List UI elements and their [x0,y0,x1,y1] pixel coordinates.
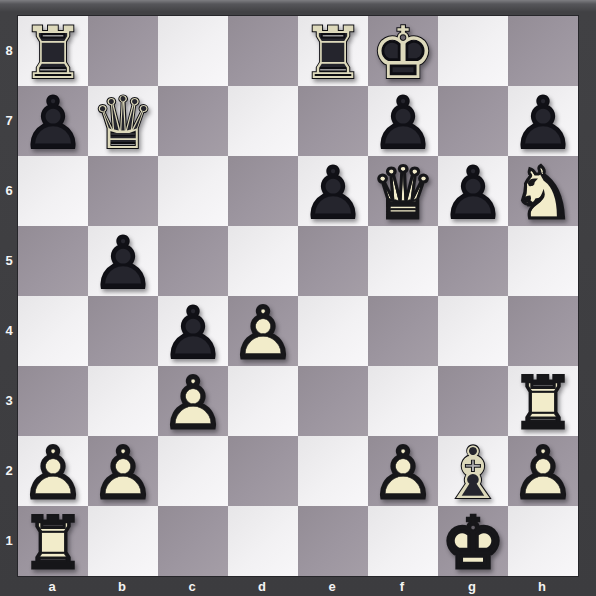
square-f8[interactable]: ♚♔ [368,16,438,86]
square-g3[interactable] [438,366,508,436]
square-h6[interactable]: ♞♘ [508,156,578,226]
piece-black-rook[interactable]: ♜♖ [298,16,368,86]
rank-label-1: 1 [0,505,18,575]
square-f4[interactable] [368,296,438,366]
square-b2[interactable]: ♟♙ [88,436,158,506]
white-knight-glyph-detail: ♘ [508,156,578,226]
square-g5[interactable] [438,226,508,296]
piece-black-pawn[interactable]: ♟♙ [88,226,158,296]
square-b1[interactable] [88,506,158,576]
piece-white-pawn[interactable]: ♟♙ [18,436,88,506]
square-b5[interactable]: ♟♙ [88,226,158,296]
piece-white-pawn[interactable]: ♟♙ [88,436,158,506]
square-b7[interactable]: ♛♕ [88,86,158,156]
square-h5[interactable] [508,226,578,296]
black-pawn-glyph-detail: ♙ [88,226,158,296]
square-f6[interactable]: ♛♕ [368,156,438,226]
rank-labels: 87654321 [0,15,18,575]
square-a4[interactable] [18,296,88,366]
white-pawn-glyph-detail: ♙ [228,296,298,366]
square-h8[interactable] [508,16,578,86]
black-pawn-glyph-detail: ♙ [438,156,508,226]
square-f3[interactable] [368,366,438,436]
square-g6[interactable]: ♟♙ [438,156,508,226]
square-a2[interactable]: ♟♙ [18,436,88,506]
black-rook-glyph-detail: ♖ [298,16,368,86]
black-rook-glyph-detail: ♖ [18,16,88,86]
black-king-glyph-detail: ♔ [368,16,438,86]
piece-black-pawn[interactable]: ♟♙ [438,156,508,226]
square-d8[interactable] [228,16,298,86]
black-pawn-glyph-detail: ♙ [18,86,88,156]
black-pawn-glyph-detail: ♙ [158,296,228,366]
square-f2[interactable]: ♟♙ [368,436,438,506]
square-e8[interactable]: ♜♖ [298,16,368,86]
rank-label-2: 2 [0,435,18,505]
piece-black-rook[interactable]: ♜♖ [18,16,88,86]
square-f5[interactable] [368,226,438,296]
chess-board-frame: 87654321 abcdefgh ♜♖♜♖♚♔♟♙♛♕♟♙♟♙♟♙♛♕♟♙♞♘… [0,0,596,596]
black-bishop-glyph-detail: ♗ [438,436,508,506]
piece-black-pawn[interactable]: ♟♙ [18,86,88,156]
square-d4[interactable]: ♟♙ [228,296,298,366]
square-a7[interactable]: ♟♙ [18,86,88,156]
square-a6[interactable] [18,156,88,226]
piece-white-king[interactable]: ♚♔ [438,506,508,576]
white-pawn-glyph-detail: ♙ [88,436,158,506]
square-a3[interactable] [18,366,88,436]
piece-white-queen[interactable]: ♛♕ [368,156,438,226]
square-a8[interactable]: ♜♖ [18,16,88,86]
square-g1[interactable]: ♚♔ [438,506,508,576]
square-g8[interactable] [438,16,508,86]
square-c8[interactable] [158,16,228,86]
rank-label-7: 7 [0,85,18,155]
piece-white-rook[interactable]: ♜♖ [508,366,578,436]
black-queen-glyph-detail: ♕ [88,86,158,156]
rank-label-4: 4 [0,295,18,365]
square-c4[interactable]: ♟♙ [158,296,228,366]
file-label-e: e [297,577,367,596]
piece-black-pawn[interactable]: ♟♙ [368,86,438,156]
square-g2[interactable]: ♝♗ [438,436,508,506]
white-pawn-glyph-detail: ♙ [368,436,438,506]
file-label-f: f [367,577,437,596]
rank-label-8: 8 [0,15,18,85]
file-label-c: c [157,577,227,596]
square-b8[interactable] [88,16,158,86]
piece-white-rook[interactable]: ♜♖ [18,506,88,576]
black-pawn-glyph-detail: ♙ [298,156,368,226]
square-c1[interactable] [158,506,228,576]
piece-black-queen[interactable]: ♛♕ [88,86,158,156]
white-queen-glyph-detail: ♕ [368,156,438,226]
white-rook-glyph-detail: ♖ [18,506,88,576]
square-a1[interactable]: ♜♖ [18,506,88,576]
square-d5[interactable] [228,226,298,296]
piece-white-pawn[interactable]: ♟♙ [368,436,438,506]
piece-white-pawn[interactable]: ♟♙ [158,366,228,436]
square-g7[interactable] [438,86,508,156]
square-e7[interactable] [298,86,368,156]
piece-white-pawn[interactable]: ♟♙ [228,296,298,366]
white-pawn-glyph-detail: ♙ [18,436,88,506]
square-c3[interactable]: ♟♙ [158,366,228,436]
white-king-glyph-detail: ♔ [438,506,508,576]
square-e2[interactable] [298,436,368,506]
square-d1[interactable] [228,506,298,576]
white-pawn-glyph-detail: ♙ [158,366,228,436]
square-c5[interactable] [158,226,228,296]
chess-board[interactable]: ♜♖♜♖♚♔♟♙♛♕♟♙♟♙♟♙♛♕♟♙♞♘♟♙♟♙♟♙♟♙♜♖♟♙♟♙♟♙♝♗… [17,15,579,577]
black-pawn-glyph-detail: ♙ [368,86,438,156]
square-c6[interactable] [158,156,228,226]
piece-white-pawn[interactable]: ♟♙ [508,436,578,506]
square-h1[interactable] [508,506,578,576]
rank-label-3: 3 [0,365,18,435]
square-h3[interactable]: ♜♖ [508,366,578,436]
piece-black-pawn[interactable]: ♟♙ [298,156,368,226]
square-h2[interactable]: ♟♙ [508,436,578,506]
square-e6[interactable]: ♟♙ [298,156,368,226]
square-e5[interactable] [298,226,368,296]
square-f7[interactable]: ♟♙ [368,86,438,156]
square-e4[interactable] [298,296,368,366]
file-label-d: d [227,577,297,596]
square-g4[interactable] [438,296,508,366]
piece-white-knight[interactable]: ♞♘ [508,156,578,226]
piece-black-pawn[interactable]: ♟♙ [508,86,578,156]
rank-label-5: 5 [0,225,18,295]
square-d2[interactable] [228,436,298,506]
square-h7[interactable]: ♟♙ [508,86,578,156]
square-b3[interactable] [88,366,158,436]
square-e3[interactable] [298,366,368,436]
file-label-b: b [87,577,157,596]
square-h4[interactable] [508,296,578,366]
black-pawn-glyph-detail: ♙ [508,86,578,156]
piece-black-pawn[interactable]: ♟♙ [158,296,228,366]
piece-black-bishop[interactable]: ♝♗ [438,436,508,506]
square-c7[interactable] [158,86,228,156]
square-c2[interactable] [158,436,228,506]
square-f1[interactable] [368,506,438,576]
square-d7[interactable] [228,86,298,156]
piece-black-king[interactable]: ♚♔ [368,16,438,86]
white-pawn-glyph-detail: ♙ [508,436,578,506]
square-d3[interactable] [228,366,298,436]
file-label-h: h [507,577,577,596]
square-a5[interactable] [18,226,88,296]
square-b4[interactable] [88,296,158,366]
square-d6[interactable] [228,156,298,226]
square-e1[interactable] [298,506,368,576]
white-rook-glyph-detail: ♖ [508,366,578,436]
rank-label-6: 6 [0,155,18,225]
square-b6[interactable] [88,156,158,226]
